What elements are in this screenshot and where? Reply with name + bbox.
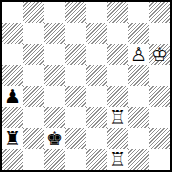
square-g3[interactable]	[128, 107, 149, 128]
square-e3[interactable]	[86, 107, 107, 128]
square-d8[interactable]	[65, 2, 86, 23]
chess-board-frame: ♟♙♚♔♟♜♖♜♚♜♖	[0, 0, 172, 172]
piece-white-pawn-g6: ♙	[128, 44, 149, 65]
square-g1[interactable]	[128, 149, 149, 170]
square-a6[interactable]	[2, 44, 23, 65]
square-b2[interactable]	[23, 128, 44, 149]
square-d6[interactable]	[65, 44, 86, 65]
square-d7[interactable]	[65, 23, 86, 44]
square-f1[interactable]: ♜♖	[107, 149, 128, 170]
square-b3[interactable]	[23, 107, 44, 128]
square-c3[interactable]	[44, 107, 65, 128]
square-a2[interactable]: ♜	[2, 128, 23, 149]
square-d1[interactable]	[65, 149, 86, 170]
square-e4[interactable]	[86, 86, 107, 107]
square-g6[interactable]: ♟♙	[128, 44, 149, 65]
square-a3[interactable]	[2, 107, 23, 128]
square-f6[interactable]	[107, 44, 128, 65]
square-f7[interactable]	[107, 23, 128, 44]
square-g8[interactable]	[128, 2, 149, 23]
square-a5[interactable]	[2, 65, 23, 86]
square-h2[interactable]	[149, 128, 170, 149]
square-a1[interactable]	[2, 149, 23, 170]
piece-fill-white-pawn-g6: ♟	[128, 44, 149, 65]
square-c6[interactable]	[44, 44, 65, 65]
square-f2[interactable]	[107, 128, 128, 149]
square-h1[interactable]	[149, 149, 170, 170]
chess-board: ♟♙♚♔♟♜♖♜♚♜♖	[2, 2, 170, 170]
piece-white-rook-f1: ♖	[107, 149, 128, 170]
square-h7[interactable]	[149, 23, 170, 44]
square-b7[interactable]	[23, 23, 44, 44]
square-g7[interactable]	[128, 23, 149, 44]
square-h4[interactable]	[149, 86, 170, 107]
square-h6[interactable]: ♚♔	[149, 44, 170, 65]
square-d2[interactable]	[65, 128, 86, 149]
square-f3[interactable]: ♜♖	[107, 107, 128, 128]
square-b8[interactable]	[23, 2, 44, 23]
square-f8[interactable]	[107, 2, 128, 23]
square-e6[interactable]	[86, 44, 107, 65]
square-c7[interactable]	[44, 23, 65, 44]
piece-fill-white-rook-f3: ♜	[107, 107, 128, 128]
square-b4[interactable]	[23, 86, 44, 107]
square-b6[interactable]	[23, 44, 44, 65]
square-a7[interactable]	[2, 23, 23, 44]
square-e8[interactable]	[86, 2, 107, 23]
square-e7[interactable]	[86, 23, 107, 44]
square-c2[interactable]: ♚	[44, 128, 65, 149]
square-g4[interactable]	[128, 86, 149, 107]
square-c1[interactable]	[44, 149, 65, 170]
square-h5[interactable]	[149, 65, 170, 86]
square-h3[interactable]	[149, 107, 170, 128]
square-b5[interactable]	[23, 65, 44, 86]
square-a4[interactable]: ♟	[2, 86, 23, 107]
square-d5[interactable]	[65, 65, 86, 86]
square-d3[interactable]	[65, 107, 86, 128]
square-e5[interactable]	[86, 65, 107, 86]
piece-fill-white-rook-f1: ♜	[107, 149, 128, 170]
square-d4[interactable]	[65, 86, 86, 107]
piece-black-pawn-a4: ♟	[2, 86, 23, 107]
piece-white-rook-f3: ♖	[107, 107, 128, 128]
piece-black-king-c2: ♚	[44, 128, 65, 149]
square-a8[interactable]	[2, 2, 23, 23]
square-c8[interactable]	[44, 2, 65, 23]
square-h8[interactable]	[149, 2, 170, 23]
square-g2[interactable]	[128, 128, 149, 149]
square-c4[interactable]	[44, 86, 65, 107]
square-e1[interactable]	[86, 149, 107, 170]
square-b1[interactable]	[23, 149, 44, 170]
square-c5[interactable]	[44, 65, 65, 86]
square-e2[interactable]	[86, 128, 107, 149]
square-f4[interactable]	[107, 86, 128, 107]
piece-black-rook-a2: ♜	[2, 128, 23, 149]
piece-white-king-h6: ♔	[149, 44, 170, 65]
square-f5[interactable]	[107, 65, 128, 86]
square-g5[interactable]	[128, 65, 149, 86]
piece-fill-white-king-h6: ♚	[149, 44, 170, 65]
